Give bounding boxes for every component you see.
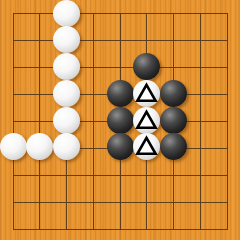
stone-black (160, 80, 187, 107)
triangle-mark-icon (133, 133, 160, 160)
stone-white (53, 107, 80, 134)
triangle-mark-icon (133, 107, 160, 134)
stone-black (160, 107, 187, 134)
go-board[interactable] (0, 0, 240, 240)
stone-black (107, 80, 134, 107)
stone-black (107, 107, 134, 134)
stone-black (160, 133, 187, 160)
stone-white (53, 53, 80, 80)
stone-white-triangled (133, 107, 160, 134)
stone-white (53, 26, 80, 53)
grid-line-vertical (227, 13, 228, 231)
stone-white (53, 0, 80, 27)
triangle-mark-icon (133, 80, 160, 107)
grid-line-horizontal (13, 229, 228, 230)
stone-black (107, 133, 134, 160)
grid-line-horizontal (13, 175, 228, 176)
go-board-screenshot (0, 0, 240, 240)
stone-white (53, 133, 80, 160)
stone-white (26, 133, 53, 160)
stone-white (53, 80, 80, 107)
grid-line-vertical (200, 13, 201, 231)
stone-white-triangled (133, 133, 160, 160)
stone-white-triangled (133, 80, 160, 107)
stone-white (0, 133, 27, 160)
stone-black (133, 53, 160, 80)
grid-line-horizontal (13, 202, 228, 203)
